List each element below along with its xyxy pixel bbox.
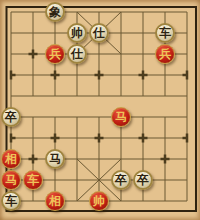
- piece-character: 兵: [159, 48, 171, 60]
- piece-black-rook[interactable]: 车: [155, 23, 175, 43]
- piece-black-pawn[interactable]: 卒: [111, 170, 131, 190]
- piece-character: 车: [159, 27, 171, 39]
- piece-character: 兵: [49, 48, 61, 60]
- piece-red-general[interactable]: 帅: [89, 191, 109, 211]
- piece-red-pawn[interactable]: 兵: [45, 44, 65, 64]
- piece-character: 马: [115, 111, 127, 123]
- piece-character: 卒: [137, 174, 149, 186]
- piece-character: 仕: [93, 27, 105, 39]
- piece-black-rook[interactable]: 车: [1, 191, 21, 211]
- piece-black-horse[interactable]: 马: [45, 149, 65, 169]
- piece-character: 车: [5, 195, 17, 207]
- pieces-layer: 象帅仕车兵仕兵卒马相马马车卒卒车相帅: [0, 0, 200, 220]
- piece-black-elephant[interactable]: 象: [45, 2, 65, 22]
- piece-black-advisor[interactable]: 仕: [89, 23, 109, 43]
- piece-black-pawn[interactable]: 卒: [1, 107, 21, 127]
- piece-character: 卒: [115, 174, 127, 186]
- piece-character: 马: [49, 153, 61, 165]
- piece-black-pawn[interactable]: 卒: [133, 170, 153, 190]
- piece-red-horse[interactable]: 马: [111, 107, 131, 127]
- piece-character: 象: [49, 6, 61, 18]
- piece-character: 仕: [71, 48, 83, 60]
- piece-red-elephant[interactable]: 相: [1, 149, 21, 169]
- piece-character: 相: [49, 195, 61, 207]
- piece-character: 车: [27, 174, 39, 186]
- piece-black-general[interactable]: 帅: [67, 23, 87, 43]
- piece-black-advisor[interactable]: 仕: [67, 44, 87, 64]
- piece-character: 帅: [93, 195, 105, 207]
- piece-character: 相: [5, 153, 17, 165]
- piece-red-horse[interactable]: 马: [1, 170, 21, 190]
- piece-character: 帅: [71, 27, 83, 39]
- piece-red-elephant[interactable]: 相: [45, 191, 65, 211]
- piece-red-rook[interactable]: 车: [23, 170, 43, 190]
- piece-character: 马: [5, 174, 17, 186]
- piece-character: 卒: [5, 111, 17, 123]
- piece-red-pawn[interactable]: 兵: [155, 44, 175, 64]
